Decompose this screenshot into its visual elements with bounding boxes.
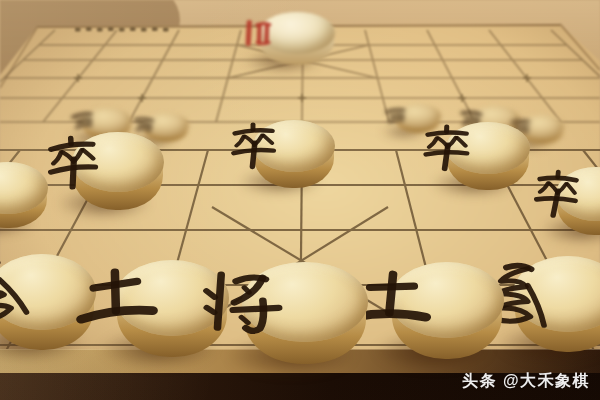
watermark-text: 头条 @大禾象棋 [462,371,590,392]
piece-zu-e[interactable] [253,120,335,190]
piece-zu-c[interactable] [72,132,164,212]
unreadable-glyph [377,103,413,128]
piece-character-shi [70,259,160,337]
piece-character-zu [414,122,479,174]
piece-zu-a[interactable] [0,162,48,230]
piece-character-xiang [0,250,34,334]
piece-top-face [72,132,164,192]
piece-general-black[interactable] [242,262,368,366]
piece-character-jiang [193,262,290,341]
piece-character-shuai [231,13,288,53]
piece-elephant-right[interactable] [513,256,600,354]
piece-top-face [259,12,335,54]
piece-zu-g[interactable] [446,122,530,192]
piece-zu-i[interactable] [556,167,600,237]
piece-top-face [446,122,530,174]
piece-red-general[interactable] [259,12,335,67]
piece-top-face [390,262,504,338]
piece-character-zu [523,165,588,222]
piece-advisor-right[interactable] [390,262,504,361]
piece-top-face [556,167,600,221]
piece-top-face [242,262,368,342]
piece-top-face [513,256,600,332]
piece-character-zu [222,121,284,170]
xiangqi-photo-scene: 头条 @大禾象棋 [0,0,600,400]
piece-top-face [253,120,335,172]
